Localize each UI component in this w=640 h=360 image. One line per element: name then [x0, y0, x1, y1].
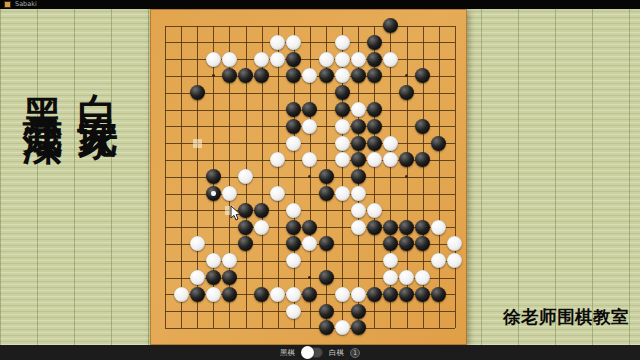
black-stone[interactable] — [415, 152, 430, 167]
black-stone[interactable] — [254, 287, 269, 302]
black-stone[interactable] — [367, 52, 382, 67]
window-title: Sabaki — [15, 0, 37, 9]
white-stone[interactable] — [415, 270, 430, 285]
black-stone[interactable] — [238, 68, 253, 83]
black-stone[interactable] — [431, 287, 446, 302]
black-stone[interactable] — [415, 287, 430, 302]
white-stone[interactable] — [174, 287, 189, 302]
black-stone[interactable] — [222, 68, 237, 83]
white-stone[interactable] — [351, 52, 366, 67]
black-stone[interactable] — [238, 236, 253, 251]
white-stone[interactable] — [335, 52, 350, 67]
white-stone[interactable] — [399, 270, 414, 285]
white-stone[interactable] — [367, 203, 382, 218]
star-point — [308, 276, 311, 279]
black-stone[interactable] — [367, 220, 382, 235]
white-stone[interactable] — [302, 119, 317, 134]
white-stone[interactable] — [351, 186, 366, 201]
black-stone[interactable] — [367, 119, 382, 134]
grid-line-horizontal — [165, 328, 455, 329]
grid-line-vertical — [455, 26, 456, 328]
variation-hint-mark[interactable] — [225, 206, 234, 215]
black-stone[interactable] — [383, 236, 398, 251]
black-stone[interactable] — [351, 136, 366, 151]
black-stone[interactable] — [367, 136, 382, 151]
grid-line-horizontal — [165, 311, 455, 312]
white-turn-label[interactable]: 白棋 — [329, 345, 344, 360]
black-stone[interactable] — [206, 270, 221, 285]
white-stone[interactable] — [286, 287, 301, 302]
black-stone[interactable] — [254, 68, 269, 83]
black-stone[interactable] — [367, 35, 382, 50]
white-capture-badge: 1 — [350, 348, 360, 358]
white-stone[interactable] — [431, 253, 446, 268]
white-stone[interactable] — [383, 253, 398, 268]
white-stone[interactable] — [383, 136, 398, 151]
white-stone[interactable] — [367, 152, 382, 167]
star-point — [405, 175, 408, 178]
black-stone[interactable] — [399, 220, 414, 235]
black-stone[interactable] — [399, 152, 414, 167]
white-stone[interactable] — [335, 152, 350, 167]
black-stone[interactable] — [415, 220, 430, 235]
black-stone[interactable] — [399, 85, 414, 100]
black-stone[interactable] — [335, 85, 350, 100]
black-stone[interactable] — [335, 102, 350, 117]
tatami-background: 黑元晟溱 白许家元 徐老师围棋教室 — [0, 9, 640, 345]
black-stone[interactable] — [190, 287, 205, 302]
black-stone[interactable] — [383, 18, 398, 33]
black-stone[interactable] — [431, 136, 446, 151]
white-stone[interactable] — [335, 119, 350, 134]
white-stone[interactable] — [286, 136, 301, 151]
white-stone[interactable] — [383, 152, 398, 167]
black-stone[interactable] — [222, 287, 237, 302]
black-stone[interactable] — [286, 220, 301, 235]
black-stone[interactable] — [238, 203, 253, 218]
black-stone[interactable] — [238, 220, 253, 235]
black-stone[interactable] — [302, 102, 317, 117]
black-stone[interactable] — [319, 186, 334, 201]
white-stone[interactable] — [335, 287, 350, 302]
white-stone[interactable] — [190, 236, 205, 251]
black-stone[interactable] — [383, 220, 398, 235]
white-stone[interactable] — [302, 236, 317, 251]
star-point — [308, 175, 311, 178]
white-stone[interactable] — [335, 35, 350, 50]
white-stone[interactable] — [254, 220, 269, 235]
white-stone[interactable] — [335, 320, 350, 335]
white-stone[interactable] — [383, 270, 398, 285]
turn-bar: 黑棋 白棋 1 — [0, 345, 640, 360]
black-stone[interactable] — [286, 102, 301, 117]
white-stone[interactable] — [222, 186, 237, 201]
white-stone[interactable] — [383, 52, 398, 67]
black-stone[interactable] — [399, 236, 414, 251]
black-stone[interactable] — [319, 236, 334, 251]
black-player-column: 黑元晟溱 — [23, 66, 63, 95]
white-stone[interactable] — [431, 220, 446, 235]
classroom-watermark: 徐老师围棋教室 — [503, 305, 633, 329]
white-stone[interactable] — [286, 203, 301, 218]
black-stone[interactable] — [286, 52, 301, 67]
black-stone[interactable] — [319, 169, 334, 184]
black-stone[interactable] — [383, 287, 398, 302]
black-color-label: 黑 — [20, 66, 66, 69]
white-stone[interactable] — [302, 68, 317, 83]
black-player-name: 元晟溱 — [20, 86, 66, 95]
black-stone[interactable] — [351, 152, 366, 167]
star-point — [212, 74, 215, 77]
black-stone[interactable] — [351, 119, 366, 134]
white-stone[interactable] — [286, 304, 301, 319]
white-player-column: 白许家元 — [78, 62, 118, 91]
star-point — [405, 74, 408, 77]
white-stone[interactable] — [351, 102, 366, 117]
black-stone[interactable] — [190, 85, 205, 100]
white-stone[interactable] — [270, 152, 285, 167]
black-stone[interactable] — [367, 102, 382, 117]
window-titlebar[interactable]: Sabaki — [0, 0, 640, 9]
turn-toggle-knob — [301, 346, 314, 359]
white-stone[interactable] — [270, 186, 285, 201]
black-stone[interactable] — [351, 304, 366, 319]
white-stone[interactable] — [447, 253, 462, 268]
black-stone[interactable] — [415, 236, 430, 251]
black-stone[interactable] — [302, 287, 317, 302]
black-stone[interactable] — [319, 304, 334, 319]
white-stone[interactable] — [270, 35, 285, 50]
black-stone[interactable] — [222, 270, 237, 285]
white-stone[interactable] — [270, 52, 285, 67]
grid-line-horizontal — [165, 210, 455, 211]
black-turn-label[interactable]: 黑棋 — [280, 345, 295, 360]
black-stone[interactable] — [415, 68, 430, 83]
black-stone[interactable] — [319, 68, 334, 83]
black-stone[interactable] — [367, 68, 382, 83]
last-move-marker — [211, 191, 216, 196]
white-stone[interactable] — [286, 253, 301, 268]
grid-line-vertical — [439, 26, 440, 328]
white-stone[interactable] — [351, 287, 366, 302]
white-stone[interactable] — [319, 52, 334, 67]
black-stone[interactable] — [351, 68, 366, 83]
white-stone[interactable] — [206, 52, 221, 67]
black-stone[interactable] — [286, 236, 301, 251]
white-stone[interactable] — [190, 270, 205, 285]
black-stone[interactable] — [286, 119, 301, 134]
white-stone[interactable] — [206, 287, 221, 302]
white-stone[interactable] — [286, 35, 301, 50]
black-stone[interactable] — [319, 270, 334, 285]
black-stone[interactable] — [415, 119, 430, 134]
sabaki-app-icon — [4, 1, 11, 8]
white-stone[interactable] — [302, 152, 317, 167]
white-color-label: 白 — [75, 62, 121, 65]
variation-hint-mark[interactable] — [193, 139, 202, 148]
white-stone[interactable] — [222, 52, 237, 67]
turn-toggle[interactable] — [301, 347, 323, 358]
black-stone[interactable] — [254, 203, 269, 218]
white-stone[interactable] — [447, 236, 462, 251]
white-stone[interactable] — [270, 287, 285, 302]
black-stone[interactable] — [206, 169, 221, 184]
white-stone[interactable] — [335, 136, 350, 151]
black-stone[interactable] — [319, 320, 334, 335]
black-stone[interactable] — [302, 220, 317, 235]
white-stone[interactable] — [351, 203, 366, 218]
black-stone[interactable] — [286, 68, 301, 83]
white-stone[interactable] — [238, 169, 253, 184]
white-stone[interactable] — [206, 253, 221, 268]
white-stone[interactable] — [254, 52, 269, 67]
black-stone[interactable] — [367, 287, 382, 302]
white-stone[interactable] — [351, 220, 366, 235]
white-stone[interactable] — [222, 253, 237, 268]
black-stone[interactable] — [351, 320, 366, 335]
white-stone[interactable] — [335, 68, 350, 83]
black-stone[interactable] — [351, 169, 366, 184]
black-stone[interactable] — [399, 287, 414, 302]
go-board[interactable] — [150, 9, 467, 345]
white-player-name: 许家元 — [75, 82, 121, 91]
white-stone[interactable] — [335, 186, 350, 201]
